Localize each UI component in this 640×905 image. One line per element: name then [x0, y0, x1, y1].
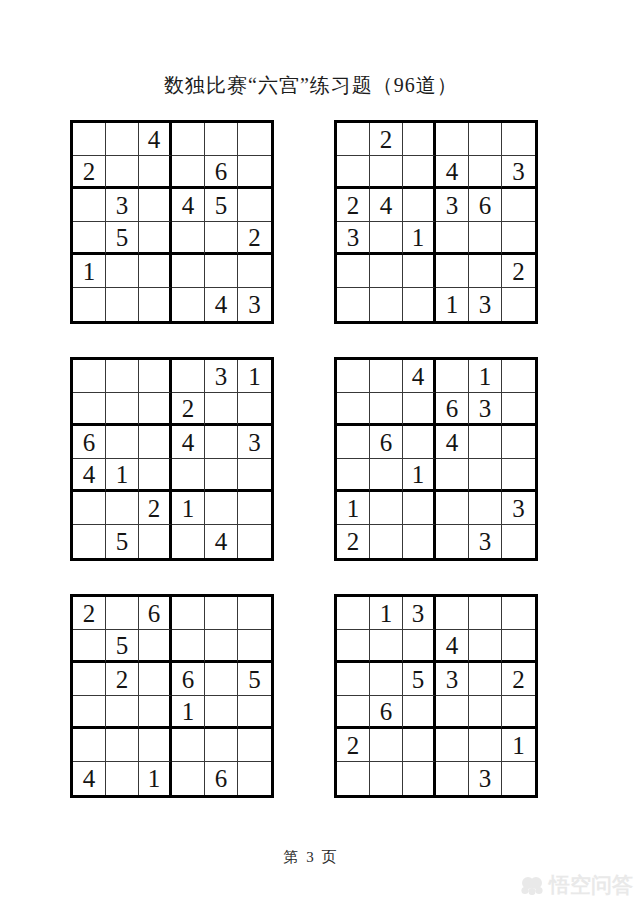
- sudoku-cell: [205, 696, 238, 729]
- sudoku-cell: [337, 696, 370, 729]
- sudoku-cell: [238, 525, 271, 558]
- sudoku-cell: 2: [337, 189, 370, 222]
- sudoku-cell: [370, 255, 403, 288]
- sudoku-cell: [238, 630, 271, 663]
- sudoku-cell: [469, 156, 502, 189]
- sudoku-cell: [106, 696, 139, 729]
- sudoku-cell: [370, 729, 403, 762]
- sudoku-cell: 4: [139, 123, 172, 156]
- sudoku-cell: [337, 663, 370, 696]
- sudoku-cell: 3: [106, 189, 139, 222]
- sudoku-cell: 5: [205, 189, 238, 222]
- sudoku-cell: [172, 288, 205, 321]
- sudoku-board-3: 312643412154: [70, 357, 274, 561]
- sudoku-cell: [502, 222, 535, 255]
- sudoku-cell: 3: [238, 426, 271, 459]
- sudoku-cell: 4: [370, 189, 403, 222]
- sudoku-cell: [469, 729, 502, 762]
- page-title: 数独比赛“六宫”练习题（96道）: [0, 72, 622, 99]
- sudoku-cell: [370, 525, 403, 558]
- sudoku-cell: [106, 255, 139, 288]
- sudoku-cell: [370, 663, 403, 696]
- sudoku-cell: [172, 630, 205, 663]
- sudoku-cell: 1: [139, 762, 172, 795]
- sudoku-cell: [337, 426, 370, 459]
- sudoku-cell: 1: [403, 459, 436, 492]
- sudoku-cell: 5: [106, 525, 139, 558]
- sudoku-cell: 3: [469, 762, 502, 795]
- sudoku-cell: [238, 189, 271, 222]
- sudoku-cell: [139, 663, 172, 696]
- sudoku-cell: 3: [469, 525, 502, 558]
- sudoku-cell: 2: [172, 393, 205, 426]
- sudoku-cell: [238, 696, 271, 729]
- sudoku-cell: [73, 663, 106, 696]
- sudoku-cell: 1: [436, 288, 469, 321]
- sudoku-cell: [139, 630, 172, 663]
- sudoku-cell: [403, 492, 436, 525]
- sudoku-cell: [502, 393, 535, 426]
- sudoku-cell: 5: [238, 663, 271, 696]
- sudoku-cell: [238, 762, 271, 795]
- sudoku-cell: 6: [172, 663, 205, 696]
- sudoku-cell: [139, 426, 172, 459]
- sudoku-cell: [205, 123, 238, 156]
- sudoku-cell: [238, 255, 271, 288]
- sudoku-cell: [172, 156, 205, 189]
- sudoku-cell: [403, 393, 436, 426]
- sudoku-cell: 4: [205, 288, 238, 321]
- sudoku-cell: [370, 156, 403, 189]
- sudoku-cell: 6: [205, 762, 238, 795]
- sudoku-cell: [73, 288, 106, 321]
- sudoku-cell: [139, 525, 172, 558]
- sudoku-cell: [73, 696, 106, 729]
- sudoku-cell: [337, 360, 370, 393]
- sudoku-cell: [73, 525, 106, 558]
- sudoku-cell: [337, 288, 370, 321]
- sudoku-cell: 1: [403, 222, 436, 255]
- sudoku-cell: [502, 525, 535, 558]
- sudoku-cell: [106, 492, 139, 525]
- sudoku-cell: 4: [205, 525, 238, 558]
- sudoku-cell: 1: [469, 360, 502, 393]
- sudoku-cell: [502, 189, 535, 222]
- sudoku-cell: [436, 255, 469, 288]
- sudoku-cell: 5: [403, 663, 436, 696]
- sudoku-cell: [172, 729, 205, 762]
- sudoku-cell: 1: [370, 597, 403, 630]
- sudoku-cell: 3: [238, 288, 271, 321]
- sudoku-cell: [436, 459, 469, 492]
- sudoku-cell: [139, 360, 172, 393]
- sudoku-cell: [469, 123, 502, 156]
- sudoku-cell: [172, 255, 205, 288]
- page-number: 第 3 页: [0, 848, 622, 867]
- sudoku-cell: 1: [172, 696, 205, 729]
- sudoku-cell: [403, 255, 436, 288]
- sudoku-cell: [469, 492, 502, 525]
- watermark: 悟空问答: [520, 871, 633, 899]
- sudoku-cell: [73, 393, 106, 426]
- sudoku-cell: [73, 222, 106, 255]
- sudoku-cell: [172, 762, 205, 795]
- sudoku-cell: [238, 123, 271, 156]
- sudoku-cell: [436, 729, 469, 762]
- sudoku-cell: 5: [106, 630, 139, 663]
- wukong-logo-icon: [520, 875, 544, 895]
- sudoku-cell: [73, 360, 106, 393]
- sudoku-cell: [403, 426, 436, 459]
- sudoku-cell: [205, 597, 238, 630]
- sudoku-cell: [436, 525, 469, 558]
- sudoku-cell: [106, 156, 139, 189]
- sudoku-cell: [403, 762, 436, 795]
- sudoku-cell: [172, 222, 205, 255]
- sudoku-cell: [172, 597, 205, 630]
- sudoku-cell: [106, 123, 139, 156]
- sudoku-cell: [205, 630, 238, 663]
- sudoku-cell: [502, 426, 535, 459]
- sudoku-cell: [139, 222, 172, 255]
- sudoku-cell: [403, 696, 436, 729]
- sudoku-cell: [205, 492, 238, 525]
- sudoku-cell: [106, 426, 139, 459]
- sudoku-cell: 3: [502, 492, 535, 525]
- sudoku-cell: 3: [436, 663, 469, 696]
- sudoku-cell: [205, 663, 238, 696]
- sudoku-cell: [502, 288, 535, 321]
- sudoku-cell: 3: [502, 156, 535, 189]
- sudoku-cell: [502, 762, 535, 795]
- sudoku-cell: [139, 393, 172, 426]
- sudoku-cell: 4: [73, 459, 106, 492]
- sudoku-cell: 2: [139, 492, 172, 525]
- sudoku-cell: [403, 189, 436, 222]
- sudoku-cell: 1: [73, 255, 106, 288]
- sudoku-cell: [337, 630, 370, 663]
- sudoku-cell: 4: [403, 360, 436, 393]
- sudoku-cell: [469, 426, 502, 459]
- sudoku-cell: [337, 459, 370, 492]
- sudoku-cell: [205, 255, 238, 288]
- sudoku-cell: [502, 696, 535, 729]
- sudoku-cell: [73, 729, 106, 762]
- sudoku-cell: 6: [370, 426, 403, 459]
- sudoku-cell: [139, 696, 172, 729]
- sudoku-board-2: 243243631213: [334, 120, 538, 324]
- sudoku-cell: [172, 360, 205, 393]
- sudoku-cell: [403, 123, 436, 156]
- sudoku-cell: [337, 123, 370, 156]
- sudoku-cell: 3: [337, 222, 370, 255]
- sudoku-cell: 3: [205, 360, 238, 393]
- sudoku-cell: 3: [469, 288, 502, 321]
- watermark-text: 悟空问答: [549, 871, 633, 899]
- sudoku-cell: 2: [238, 222, 271, 255]
- sudoku-cell: [370, 762, 403, 795]
- sudoku-cell: [370, 630, 403, 663]
- sudoku-cell: [370, 288, 403, 321]
- sudoku-cell: 6: [73, 426, 106, 459]
- sudoku-cell: [238, 156, 271, 189]
- sudoku-cell: [139, 729, 172, 762]
- sudoku-cell: [469, 255, 502, 288]
- sudoku-cell: [436, 123, 469, 156]
- sudoku-cell: [139, 255, 172, 288]
- sudoku-cell: [502, 459, 535, 492]
- sudoku-cell: [337, 393, 370, 426]
- sudoku-cell: [436, 222, 469, 255]
- sudoku-cell: 4: [436, 630, 469, 663]
- sudoku-cell: [73, 630, 106, 663]
- sudoku-cell: [403, 156, 436, 189]
- sudoku-cell: [436, 762, 469, 795]
- sudoku-cell: 3: [469, 393, 502, 426]
- sudoku-cell: [205, 729, 238, 762]
- sudoku-cell: 3: [403, 597, 436, 630]
- sudoku-cell: [436, 696, 469, 729]
- sudoku-board-5: 2652651416: [70, 594, 274, 798]
- sudoku-cell: 1: [337, 492, 370, 525]
- sudoku-cell: 2: [73, 597, 106, 630]
- sudoku-cell: [469, 696, 502, 729]
- sudoku-cell: [403, 525, 436, 558]
- sudoku-cell: [106, 762, 139, 795]
- sudoku-cell: [238, 492, 271, 525]
- sudoku-cell: [139, 459, 172, 492]
- sudoku-board-1: 42634552143: [70, 120, 274, 324]
- sudoku-cell: [502, 360, 535, 393]
- sudoku-cell: [238, 597, 271, 630]
- sudoku-board-6: 1345326213: [334, 594, 538, 798]
- sudoku-cell: [205, 426, 238, 459]
- sudoku-cell: 4: [73, 762, 106, 795]
- sudoku-cell: [370, 393, 403, 426]
- sudoku-cell: [370, 459, 403, 492]
- sudoku-cell: 5: [106, 222, 139, 255]
- sudoku-cell: [337, 255, 370, 288]
- sudoku-cell: 2: [106, 663, 139, 696]
- sudoku-cell: [370, 360, 403, 393]
- sudoku-cell: [502, 597, 535, 630]
- sudoku-cell: [73, 189, 106, 222]
- sudoku-cell: 2: [337, 729, 370, 762]
- sudoku-cell: [73, 123, 106, 156]
- sudoku-cell: 4: [172, 189, 205, 222]
- sudoku-cell: 6: [370, 696, 403, 729]
- sudoku-cell: [172, 123, 205, 156]
- sudoku-cell: [403, 288, 436, 321]
- sudoku-cell: [106, 393, 139, 426]
- sudoku-cell: [469, 597, 502, 630]
- sudoku-cell: 4: [172, 426, 205, 459]
- sudoku-cell: [436, 492, 469, 525]
- sudoku-cell: 1: [106, 459, 139, 492]
- sudoku-cell: [502, 123, 535, 156]
- sudoku-cell: 4: [436, 426, 469, 459]
- sudoku-cell: [436, 597, 469, 630]
- sudoku-cell: [337, 597, 370, 630]
- sudoku-cell: [337, 156, 370, 189]
- sudoku-cell: [469, 663, 502, 696]
- sudoku-cell: [502, 630, 535, 663]
- sudoku-cell: 6: [139, 597, 172, 630]
- sudoku-cell: 2: [502, 663, 535, 696]
- sudoku-cell: [172, 525, 205, 558]
- sudoku-cell: [106, 597, 139, 630]
- sudoku-cell: [469, 630, 502, 663]
- sudoku-cell: 3: [436, 189, 469, 222]
- sudoku-cell: [139, 189, 172, 222]
- sudoku-cell: [106, 360, 139, 393]
- sudoku-cell: [172, 459, 205, 492]
- puzzle-grid-container: 42634552143 243243631213 312643412154 41…: [70, 120, 547, 798]
- sudoku-cell: [469, 459, 502, 492]
- sudoku-cell: [106, 288, 139, 321]
- sudoku-cell: [370, 222, 403, 255]
- sudoku-cell: [139, 156, 172, 189]
- sudoku-cell: [106, 729, 139, 762]
- sudoku-cell: 1: [238, 360, 271, 393]
- sudoku-cell: [73, 492, 106, 525]
- sudoku-cell: [403, 729, 436, 762]
- sudoku-cell: [139, 288, 172, 321]
- sudoku-cell: 2: [337, 525, 370, 558]
- sudoku-cell: 6: [436, 393, 469, 426]
- sudoku-cell: [436, 360, 469, 393]
- sudoku-cell: [205, 393, 238, 426]
- sudoku-cell: 4: [436, 156, 469, 189]
- sudoku-cell: [205, 222, 238, 255]
- sudoku-cell: 1: [172, 492, 205, 525]
- sudoku-cell: 6: [469, 189, 502, 222]
- sudoku-cell: [238, 459, 271, 492]
- sudoku-cell: [238, 729, 271, 762]
- sudoku-cell: 2: [502, 255, 535, 288]
- sudoku-cell: [403, 630, 436, 663]
- sudoku-cell: [205, 459, 238, 492]
- sudoku-cell: [337, 762, 370, 795]
- sudoku-cell: 2: [73, 156, 106, 189]
- sudoku-cell: [370, 492, 403, 525]
- sudoku-cell: 2: [370, 123, 403, 156]
- sudoku-cell: [238, 393, 271, 426]
- sudoku-cell: [469, 222, 502, 255]
- sudoku-board-4: 41636411323: [334, 357, 538, 561]
- sudoku-cell: 6: [205, 156, 238, 189]
- sudoku-cell: 1: [502, 729, 535, 762]
